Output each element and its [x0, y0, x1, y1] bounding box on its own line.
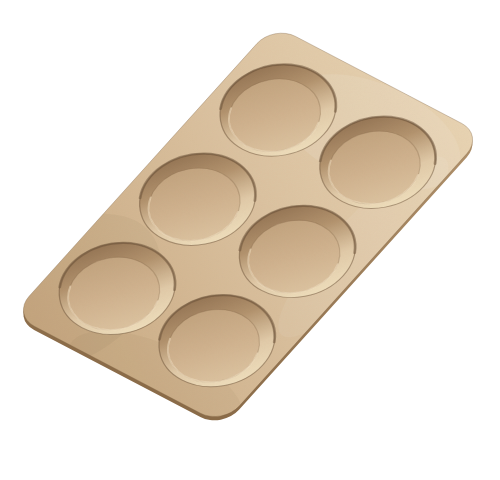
muffin-pan — [0, 7, 499, 466]
nonstick-speckle-texture — [12, 25, 483, 425]
muffin-pan-photo — [0, 0, 500, 480]
product-photo-canvas — [0, 0, 500, 480]
